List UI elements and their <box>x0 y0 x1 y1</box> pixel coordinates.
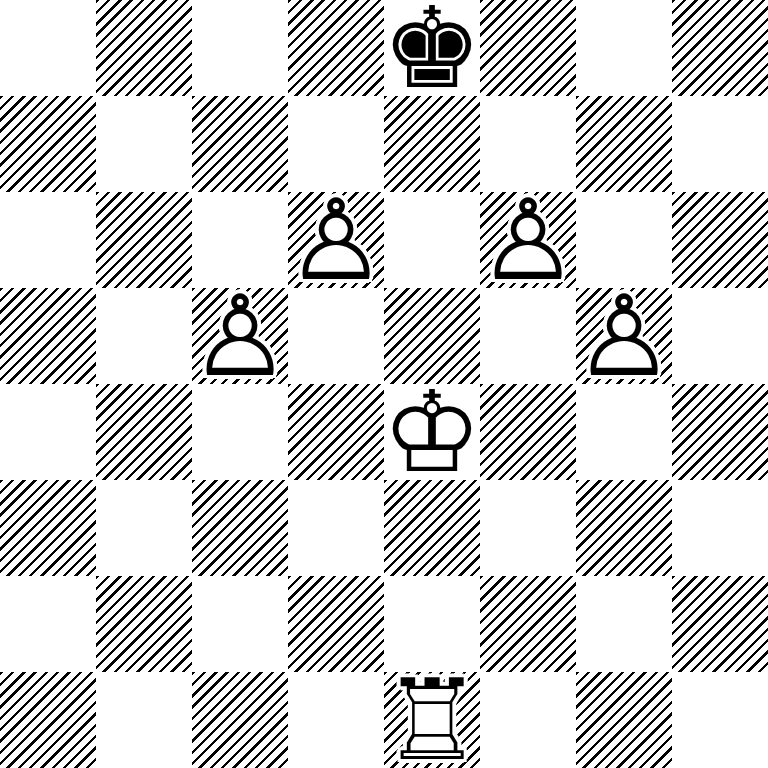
square-g5[interactable]: ♟♙ <box>576 288 672 384</box>
square-h4[interactable] <box>672 384 768 480</box>
square-a1[interactable] <box>0 672 96 768</box>
white-pawn[interactable]: ♟♙ <box>288 192 384 288</box>
square-f8[interactable] <box>480 0 576 96</box>
white-rook-glyph: ♖ <box>384 672 480 768</box>
white-pawn[interactable]: ♟♙ <box>576 288 672 384</box>
white-rook[interactable]: ♜♖ <box>384 672 480 768</box>
square-g3[interactable] <box>576 480 672 576</box>
square-e1[interactable]: ♜♖ <box>384 672 480 768</box>
square-h8[interactable] <box>672 0 768 96</box>
square-b5[interactable] <box>96 288 192 384</box>
square-e3[interactable] <box>384 480 480 576</box>
square-a4[interactable] <box>0 384 96 480</box>
white-pawn[interactable]: ♟♙ <box>192 288 288 384</box>
square-a3[interactable] <box>0 480 96 576</box>
square-c1[interactable] <box>192 672 288 768</box>
square-h5[interactable] <box>672 288 768 384</box>
white-king-glyph: ♔ <box>384 384 480 480</box>
square-f3[interactable] <box>480 480 576 576</box>
square-c2[interactable] <box>192 576 288 672</box>
black-king-glyph: ♚ <box>384 0 480 96</box>
square-g1[interactable] <box>576 672 672 768</box>
square-g2[interactable] <box>576 576 672 672</box>
square-d3[interactable] <box>288 480 384 576</box>
square-d4[interactable] <box>288 384 384 480</box>
white-pawn-glyph: ♙ <box>192 288 288 384</box>
square-f2[interactable] <box>480 576 576 672</box>
square-b7[interactable] <box>96 96 192 192</box>
chess-board: ♚♚♟♙♟♙♟♙♟♙♚♔♜♖ <box>0 0 768 768</box>
square-f1[interactable] <box>480 672 576 768</box>
square-b2[interactable] <box>96 576 192 672</box>
square-c7[interactable] <box>192 96 288 192</box>
square-c5[interactable]: ♟♙ <box>192 288 288 384</box>
square-a6[interactable] <box>0 192 96 288</box>
square-d6[interactable]: ♟♙ <box>288 192 384 288</box>
square-d2[interactable] <box>288 576 384 672</box>
square-f6[interactable]: ♟♙ <box>480 192 576 288</box>
square-d5[interactable] <box>288 288 384 384</box>
white-pawn[interactable]: ♟♙ <box>480 192 576 288</box>
square-f5[interactable] <box>480 288 576 384</box>
square-c3[interactable] <box>192 480 288 576</box>
white-pawn-glyph: ♙ <box>480 192 576 288</box>
square-e7[interactable] <box>384 96 480 192</box>
white-pawn-glyph: ♙ <box>576 288 672 384</box>
white-pawn-glyph: ♙ <box>288 192 384 288</box>
square-h1[interactable] <box>672 672 768 768</box>
square-c8[interactable] <box>192 0 288 96</box>
square-a7[interactable] <box>0 96 96 192</box>
square-e6[interactable] <box>384 192 480 288</box>
square-a2[interactable] <box>0 576 96 672</box>
square-g4[interactable] <box>576 384 672 480</box>
white-king[interactable]: ♚♔ <box>384 384 480 480</box>
square-h7[interactable] <box>672 96 768 192</box>
square-b6[interactable] <box>96 192 192 288</box>
square-a5[interactable] <box>0 288 96 384</box>
square-h3[interactable] <box>672 480 768 576</box>
square-d8[interactable] <box>288 0 384 96</box>
square-b1[interactable] <box>96 672 192 768</box>
square-e8[interactable]: ♚♚ <box>384 0 480 96</box>
square-a8[interactable] <box>0 0 96 96</box>
square-g7[interactable] <box>576 96 672 192</box>
square-b4[interactable] <box>96 384 192 480</box>
black-king[interactable]: ♚♚ <box>384 0 480 96</box>
square-h2[interactable] <box>672 576 768 672</box>
square-g8[interactable] <box>576 0 672 96</box>
square-f4[interactable] <box>480 384 576 480</box>
square-c4[interactable] <box>192 384 288 480</box>
square-e4[interactable]: ♚♔ <box>384 384 480 480</box>
square-b3[interactable] <box>96 480 192 576</box>
square-d1[interactable] <box>288 672 384 768</box>
square-b8[interactable] <box>96 0 192 96</box>
square-h6[interactable] <box>672 192 768 288</box>
